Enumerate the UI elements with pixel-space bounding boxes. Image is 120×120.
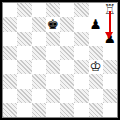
piece-white-rook-h8[interactable]: ♖ xyxy=(104,3,116,17)
square-e1[interactable] xyxy=(60,103,74,117)
square-f6[interactable] xyxy=(74,32,88,46)
square-f2[interactable] xyxy=(74,89,88,103)
square-d7[interactable]: ♚ xyxy=(46,17,60,31)
square-h2[interactable] xyxy=(103,89,117,103)
square-a2[interactable] xyxy=(3,89,17,103)
square-b3[interactable] xyxy=(17,74,31,88)
square-c7[interactable] xyxy=(32,17,46,31)
board-inner-frame: ♖♚♟♟♔ xyxy=(2,2,118,118)
square-f5[interactable] xyxy=(74,46,88,60)
square-c2[interactable] xyxy=(32,89,46,103)
square-c4[interactable] xyxy=(32,60,46,74)
square-e5[interactable] xyxy=(60,46,74,60)
piece-black-pawn-h6[interactable]: ♟ xyxy=(104,31,116,45)
square-g3[interactable] xyxy=(89,74,103,88)
square-c6[interactable] xyxy=(32,32,46,46)
square-a6[interactable] xyxy=(3,32,17,46)
square-a5[interactable] xyxy=(3,46,17,60)
square-g7[interactable]: ♟ xyxy=(89,17,103,31)
square-h1[interactable] xyxy=(103,103,117,117)
square-g1[interactable] xyxy=(89,103,103,117)
square-d4[interactable] xyxy=(46,60,60,74)
square-a8[interactable] xyxy=(3,3,17,17)
square-a1[interactable] xyxy=(3,103,17,117)
square-d2[interactable] xyxy=(46,89,60,103)
square-b5[interactable] xyxy=(17,46,31,60)
square-e2[interactable] xyxy=(60,89,74,103)
square-g4[interactable]: ♔ xyxy=(89,60,103,74)
square-g2[interactable] xyxy=(89,89,103,103)
piece-white-king-g4[interactable]: ♔ xyxy=(90,60,102,74)
square-h4[interactable] xyxy=(103,60,117,74)
square-f3[interactable] xyxy=(74,74,88,88)
square-f8[interactable] xyxy=(74,3,88,17)
square-b1[interactable] xyxy=(17,103,31,117)
chessboard-frame: ♖♚♟♟♔ xyxy=(0,0,120,120)
square-b7[interactable] xyxy=(17,17,31,31)
square-d6[interactable] xyxy=(46,32,60,46)
square-b4[interactable] xyxy=(17,60,31,74)
chessboard: ♖♚♟♟♔ xyxy=(3,3,117,117)
square-c8[interactable] xyxy=(32,3,46,17)
square-f4[interactable] xyxy=(74,60,88,74)
square-f1[interactable] xyxy=(74,103,88,117)
square-b6[interactable] xyxy=(17,32,31,46)
square-b2[interactable] xyxy=(17,89,31,103)
square-c5[interactable] xyxy=(32,46,46,60)
square-e6[interactable] xyxy=(60,32,74,46)
square-e3[interactable] xyxy=(60,74,74,88)
square-f7[interactable] xyxy=(74,17,88,31)
square-h8[interactable]: ♖ xyxy=(103,3,117,17)
square-a4[interactable] xyxy=(3,60,17,74)
square-e8[interactable] xyxy=(60,3,74,17)
square-c3[interactable] xyxy=(32,74,46,88)
square-b8[interactable] xyxy=(17,3,31,17)
square-e4[interactable] xyxy=(60,60,74,74)
square-a3[interactable] xyxy=(3,74,17,88)
square-d5[interactable] xyxy=(46,46,60,60)
square-h5[interactable] xyxy=(103,46,117,60)
square-e7[interactable] xyxy=(60,17,74,31)
square-h3[interactable] xyxy=(103,74,117,88)
square-d3[interactable] xyxy=(46,74,60,88)
square-d1[interactable] xyxy=(46,103,60,117)
piece-black-pawn-g7[interactable]: ♟ xyxy=(90,17,102,31)
square-a7[interactable] xyxy=(3,17,17,31)
square-g6[interactable] xyxy=(89,32,103,46)
square-h6[interactable]: ♟ xyxy=(103,32,117,46)
piece-black-king-d7[interactable]: ♚ xyxy=(47,17,59,31)
square-c1[interactable] xyxy=(32,103,46,117)
